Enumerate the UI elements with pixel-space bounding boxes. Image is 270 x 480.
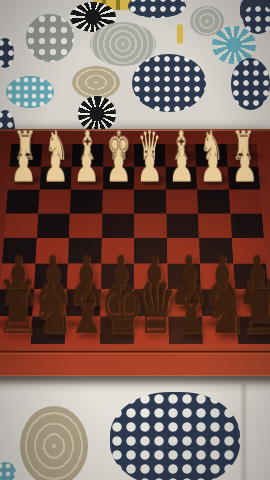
square-surface <box>68 238 101 263</box>
square-surface <box>134 144 165 166</box>
square[interactable] <box>200 263 235 289</box>
square[interactable] <box>34 263 69 289</box>
square-surface <box>8 167 41 190</box>
square-surface <box>134 316 169 344</box>
square-surface <box>198 213 231 238</box>
square[interactable]: ♛ <box>134 144 165 166</box>
square[interactable]: ♟ <box>227 167 260 190</box>
square[interactable] <box>134 238 167 263</box>
square[interactable]: ♚ <box>99 316 134 344</box>
square[interactable]: ♟ <box>196 167 228 190</box>
square[interactable] <box>101 238 134 263</box>
square-surface <box>166 213 199 238</box>
square[interactable]: ♜ <box>226 144 258 166</box>
square[interactable] <box>102 213 135 238</box>
square-surface <box>165 167 197 190</box>
square-surface <box>226 144 258 166</box>
square[interactable]: ♞ <box>195 144 227 166</box>
square[interactable] <box>197 190 230 214</box>
square[interactable]: ♜ <box>236 316 270 344</box>
square[interactable] <box>233 263 268 289</box>
square[interactable]: ♟ <box>8 167 41 190</box>
square-surface <box>236 316 270 344</box>
square-surface <box>35 238 69 263</box>
square[interactable] <box>101 263 134 289</box>
square[interactable]: ♟ <box>66 289 101 316</box>
square-surface <box>134 213 167 238</box>
square[interactable] <box>35 238 69 263</box>
square[interactable] <box>229 190 262 214</box>
square-surface <box>102 167 134 190</box>
square-surface <box>200 263 235 289</box>
square[interactable] <box>134 263 167 289</box>
square-surface <box>197 190 230 214</box>
square-surface <box>6 190 39 214</box>
square-surface <box>0 289 34 316</box>
square-surface <box>196 167 228 190</box>
square[interactable] <box>6 190 39 214</box>
square-surface <box>134 263 167 289</box>
square-surface <box>227 167 260 190</box>
square[interactable]: ♛ <box>134 316 169 344</box>
square[interactable]: ♟ <box>167 289 202 316</box>
square[interactable]: ♞ <box>202 316 238 344</box>
square-surface <box>37 213 70 238</box>
square-surface <box>167 238 200 263</box>
square-surface <box>167 263 201 289</box>
square[interactable]: ♝ <box>72 144 104 166</box>
chessboard: ♜♞♝♚♛♝♞♜♟♟♟♟♟♟♟♟♟♟♟♟♟♟♟♟♜♞♝♚♛♝♞♜ <box>0 129 270 375</box>
square[interactable]: ♚ <box>103 144 134 166</box>
board-frame-top-edge <box>0 129 270 131</box>
square-surface <box>70 190 102 214</box>
square-surface <box>67 263 101 289</box>
square-surface <box>232 238 266 263</box>
board-frame-groove <box>0 351 270 354</box>
square[interactable]: ♝ <box>165 144 197 166</box>
square[interactable] <box>4 213 38 238</box>
square[interactable] <box>134 213 167 238</box>
square-surface <box>69 213 102 238</box>
square-surface <box>2 238 36 263</box>
square-surface <box>134 289 168 316</box>
square-surface <box>165 144 197 166</box>
square-surface <box>34 263 69 289</box>
square[interactable] <box>232 238 266 263</box>
square-surface <box>66 289 101 316</box>
square[interactable] <box>167 238 200 263</box>
square[interactable]: ♟ <box>102 167 134 190</box>
square-surface <box>39 167 71 190</box>
square[interactable]: ♟ <box>134 289 168 316</box>
square[interactable]: ♞ <box>41 144 73 166</box>
square[interactable] <box>68 238 101 263</box>
square-surface <box>166 190 198 214</box>
square-surface <box>71 167 103 190</box>
square[interactable] <box>38 190 71 214</box>
square-surface <box>41 144 73 166</box>
square[interactable] <box>69 213 102 238</box>
square[interactable] <box>167 263 201 289</box>
square[interactable]: ♟ <box>100 289 134 316</box>
square[interactable] <box>198 213 231 238</box>
square-surface <box>32 289 67 316</box>
square-surface <box>202 316 238 344</box>
square-surface <box>201 289 236 316</box>
square-surface <box>101 238 134 263</box>
square-surface <box>10 144 42 166</box>
square[interactable]: ♟ <box>0 289 34 316</box>
square[interactable]: ♝ <box>168 316 203 344</box>
square[interactable]: ♟ <box>39 167 71 190</box>
chessboard-scene: ♜♞♝♚♛♝♞♜♟♟♟♟♟♟♟♟♟♟♟♟♟♟♟♟♜♞♝♚♛♝♞♜ <box>0 0 270 480</box>
square-surface <box>234 289 270 316</box>
square[interactable]: ♟ <box>234 289 270 316</box>
square-surface <box>167 289 202 316</box>
square-surface <box>195 144 227 166</box>
square[interactable]: ♝ <box>65 316 100 344</box>
square-surface <box>134 167 166 190</box>
square[interactable]: ♜ <box>0 316 32 344</box>
square-surface <box>233 263 268 289</box>
square-surface <box>4 213 38 238</box>
square[interactable] <box>37 213 70 238</box>
square[interactable]: ♟ <box>71 167 103 190</box>
square[interactable] <box>2 238 36 263</box>
square-surface <box>134 190 166 214</box>
square[interactable] <box>67 263 101 289</box>
square-surface <box>102 213 135 238</box>
square[interactable]: ♜ <box>10 144 42 166</box>
square[interactable]: ♟ <box>201 289 236 316</box>
square-surface <box>72 144 104 166</box>
square-surface <box>101 263 134 289</box>
photo-frame: ♜♞♝♚♛♝♞♜♟♟♟♟♟♟♟♟♟♟♟♟♟♟♟♟♜♞♝♚♛♝♞♜ Wooden … <box>0 0 270 480</box>
square-surface <box>134 238 167 263</box>
square-surface <box>30 316 66 344</box>
square-surface <box>0 316 32 344</box>
square[interactable] <box>166 190 198 214</box>
square-surface <box>199 238 233 263</box>
square-surface <box>230 213 264 238</box>
square-surface <box>65 316 100 344</box>
board-grid: ♜♞♝♚♛♝♞♜♟♟♟♟♟♟♟♟♟♟♟♟♟♟♟♟♜♞♝♚♛♝♞♜ <box>0 144 270 344</box>
square[interactable] <box>102 190 134 214</box>
square[interactable]: ♟ <box>134 167 166 190</box>
square-surface <box>229 190 262 214</box>
square-surface <box>38 190 71 214</box>
square[interactable] <box>166 213 199 238</box>
square-surface <box>168 316 203 344</box>
square[interactable]: ♟ <box>32 289 67 316</box>
square[interactable] <box>199 238 233 263</box>
square-surface <box>99 316 134 344</box>
square[interactable] <box>230 213 264 238</box>
square-surface <box>100 289 134 316</box>
square-surface <box>103 144 134 166</box>
square[interactable] <box>134 190 166 214</box>
square[interactable] <box>0 263 35 289</box>
square[interactable]: ♞ <box>30 316 66 344</box>
square[interactable]: ♟ <box>165 167 197 190</box>
square[interactable] <box>70 190 102 214</box>
square-surface <box>0 263 35 289</box>
square-surface <box>102 190 134 214</box>
